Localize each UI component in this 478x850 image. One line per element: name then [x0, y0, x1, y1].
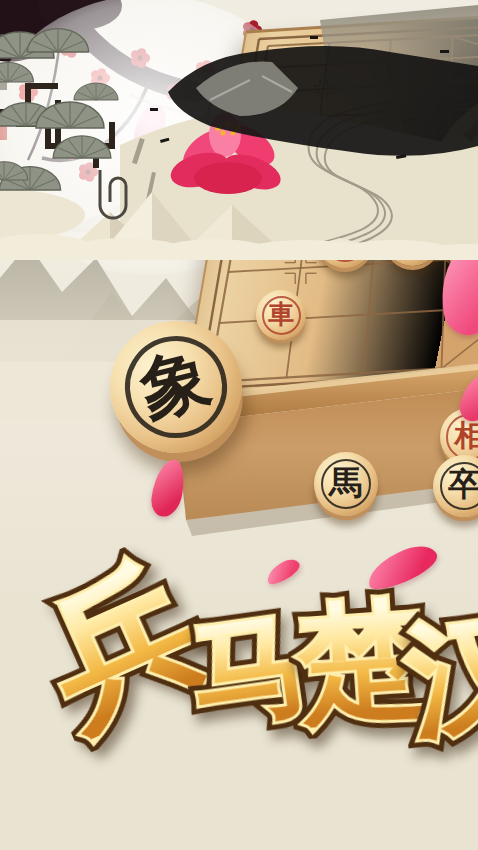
flower-petal	[362, 539, 442, 595]
flower-petal	[457, 371, 478, 425]
flower-petal	[263, 555, 303, 587]
ink-splash	[0, 0, 478, 190]
flower-petal	[149, 457, 187, 519]
xiangqi-splash-screen: { "game": "xiangqi", "scene_type": "Chin…	[0, 0, 478, 850]
